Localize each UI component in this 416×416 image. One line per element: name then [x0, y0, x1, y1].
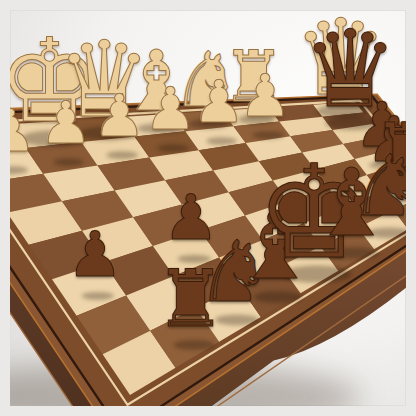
- piece-white-pawn: ♟: [10, 102, 36, 161]
- white-pawn-shadow: [158, 144, 189, 152]
- white-pawn-shadow: [107, 151, 138, 159]
- white-pawn-shadow: [54, 159, 85, 167]
- piece-white-pawn: ♟: [192, 73, 245, 132]
- piece-white-pawn: ♟: [144, 80, 197, 139]
- piece-white-pawn: ♟: [39, 94, 92, 153]
- product-photo-canvas: ♝♚♛♝♞♜♛♟♟♟♟♟♟♛♟♟♟♟♜♜♞♝♚♝♞: [0, 0, 416, 416]
- white-pawn-shadow: [207, 138, 238, 146]
- studio-photo-area: ♝♚♛♝♞♜♛♟♟♟♟♟♟♛♟♟♟♟♜♜♞♝♚♝♞: [10, 10, 406, 406]
- piece-white-pawn: ♟: [93, 87, 146, 146]
- chess-pieces-layer: ♝♚♛♝♞♜♛♟♟♟♟♟♟♛♟♟♟♟♜♜♞♝♚♝♞: [10, 10, 406, 406]
- black-pawn-shadow: [82, 291, 114, 299]
- piece-black-knight: ♞: [349, 144, 406, 229]
- piece-white-pawn: ♟: [239, 67, 292, 126]
- piece-black-pawn: ♟: [67, 224, 123, 286]
- white-pawn-shadow: [10, 166, 28, 174]
